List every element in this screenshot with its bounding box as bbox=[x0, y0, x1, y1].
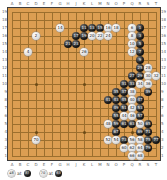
move-number: 22 bbox=[97, 32, 102, 40]
move-number: 25 bbox=[137, 64, 142, 72]
move-number: 27 bbox=[129, 72, 134, 80]
move-number: 33 bbox=[129, 80, 134, 88]
move-number: 2 bbox=[35, 32, 38, 40]
coord-col-bottom-F: F bbox=[48, 161, 56, 168]
move-number: 49 bbox=[113, 104, 118, 112]
move-number: 34 bbox=[137, 80, 142, 88]
coord-col-top-D: D bbox=[32, 0, 40, 7]
move-number: 1 bbox=[139, 24, 142, 32]
coord-col-top-E: E bbox=[40, 0, 48, 7]
coord-col-top-A: A bbox=[8, 0, 16, 7]
move-number: 37 bbox=[121, 88, 126, 96]
stone-white-P2[interactable]: 60 bbox=[120, 144, 128, 152]
coord-row-left-15: 15 bbox=[0, 40, 7, 48]
coord-row-right-8: 8 bbox=[161, 96, 167, 104]
coord-row-left-5: 5 bbox=[0, 120, 7, 128]
go-board[interactable]: 1357911131517192123252729313335373941434… bbox=[8, 8, 160, 160]
move-number: 68 bbox=[137, 152, 142, 160]
coord-col-top-B: B bbox=[16, 0, 24, 7]
stone-white-R3[interactable]: 58 bbox=[136, 136, 144, 144]
move-number: 71 bbox=[145, 128, 150, 136]
stone-black-R6[interactable]: 57 bbox=[136, 112, 144, 120]
move-number: 60 bbox=[121, 144, 126, 152]
move-number: 75 bbox=[145, 136, 150, 144]
stone-white-Q9[interactable]: 38 bbox=[128, 88, 136, 96]
move-number: 23 bbox=[73, 40, 78, 48]
move-number: 41 bbox=[105, 96, 110, 104]
move-number: 12 bbox=[129, 48, 134, 56]
move-number: 40 bbox=[129, 96, 134, 104]
stone-white-Q16[interactable]: 8 bbox=[128, 32, 136, 40]
move-number: 47 bbox=[137, 96, 142, 104]
stone-black-R13[interactable]: 9 bbox=[136, 56, 144, 64]
coord-row-left-12: 12 bbox=[0, 64, 7, 72]
coord-col-top-K: K bbox=[80, 0, 88, 7]
move-number: 13 bbox=[89, 24, 94, 32]
stone-white-R2[interactable]: 64 bbox=[136, 144, 144, 152]
caption-white-stone: 48 bbox=[8, 170, 15, 177]
stone-black-R4[interactable]: 69 bbox=[136, 128, 144, 136]
coord-row-left-9: 9 bbox=[0, 88, 7, 96]
move-number: 65 bbox=[145, 120, 150, 128]
stone-black-R16[interactable]: 3 bbox=[136, 32, 144, 40]
move-number: 29 bbox=[137, 72, 142, 80]
stone-black-P5[interactable]: 61 bbox=[120, 120, 128, 128]
move-number: 50 bbox=[137, 120, 142, 128]
move-number: 66 bbox=[129, 152, 134, 160]
move-number: 36 bbox=[145, 80, 150, 88]
stone-black-P3[interactable]: 73 bbox=[120, 136, 128, 144]
coord-col-top-S: S bbox=[144, 0, 152, 7]
move-number: 59 bbox=[113, 120, 118, 128]
stone-black-M17[interactable]: 15 bbox=[96, 24, 104, 32]
coord-col-top-O: O bbox=[112, 0, 120, 7]
coord-row-right-13: 13 bbox=[161, 56, 167, 64]
coord-row-left-10: 10 bbox=[0, 80, 7, 88]
coord-row-right-6: 6 bbox=[161, 112, 167, 120]
coord-row-left-14: 14 bbox=[0, 48, 7, 56]
coord-col-top-H: H bbox=[64, 0, 72, 7]
coord-col-bottom-H: H bbox=[64, 161, 72, 168]
stone-black-S3[interactable]: 75 bbox=[144, 136, 152, 144]
move-number: 77 bbox=[153, 136, 158, 144]
stone-black-O8[interactable]: 43 bbox=[112, 96, 120, 104]
coord-row-left-4: 4 bbox=[0, 128, 7, 136]
stone-black-R15[interactable]: 5 bbox=[136, 40, 144, 48]
stone-white-Q1[interactable]: 66 bbox=[128, 152, 136, 160]
move-number: 5 bbox=[139, 40, 142, 48]
coord-col-bottom-O: O bbox=[112, 161, 120, 168]
move-number: 70 bbox=[33, 136, 38, 144]
stone-black-R17[interactable]: 1 bbox=[136, 24, 144, 32]
coord-row-right-9: 9 bbox=[161, 88, 167, 96]
stone-white-N17[interactable]: 16 bbox=[104, 24, 112, 32]
move-number: 56 bbox=[129, 136, 134, 144]
move-number: 53 bbox=[137, 104, 142, 112]
coord-row-right-7: 7 bbox=[161, 104, 167, 112]
move-number: 62 bbox=[129, 144, 134, 152]
coord-row-right-18: 18 bbox=[161, 16, 167, 24]
coord-row-left-17: 17 bbox=[0, 24, 7, 32]
stone-black-S5[interactable]: 65 bbox=[144, 120, 152, 128]
coord-col-bottom-B: B bbox=[16, 161, 24, 168]
move-number: 79 bbox=[145, 144, 150, 152]
coord-row-right-19: 19 bbox=[161, 8, 167, 16]
coord-row-left-3: 3 bbox=[0, 136, 7, 144]
move-number: 69 bbox=[137, 128, 142, 136]
stone-black-R12[interactable]: 25 bbox=[136, 64, 144, 72]
coord-col-bottom-P: P bbox=[120, 161, 128, 168]
move-number: 35 bbox=[113, 88, 118, 96]
coord-row-left-2: 2 bbox=[0, 144, 7, 152]
stone-white-Q17[interactable]: 6 bbox=[128, 24, 136, 32]
stone-black-R11[interactable]: 29 bbox=[136, 72, 144, 80]
coord-col-top-C: C bbox=[24, 0, 32, 7]
coord-col-bottom-M: M bbox=[96, 161, 104, 168]
coord-row-right-5: 5 bbox=[161, 120, 167, 128]
move-number: 73 bbox=[121, 136, 126, 144]
stone-white-Q2[interactable]: 62 bbox=[128, 144, 136, 152]
move-number: 4 bbox=[27, 48, 30, 56]
stone-white-R10[interactable]: 34 bbox=[136, 80, 144, 88]
stone-white-S10[interactable]: 36 bbox=[144, 80, 152, 88]
move-number: 21 bbox=[65, 40, 70, 48]
star-point-K4 bbox=[83, 131, 86, 134]
go-kifu-diagram: 1357911131517192123252729313335373941434… bbox=[0, 0, 167, 180]
stone-black-R14[interactable]: 7 bbox=[136, 48, 144, 56]
coord-col-top-J: J bbox=[72, 0, 80, 7]
coord-row-left-13: 13 bbox=[0, 56, 7, 64]
coord-col-top-M: M bbox=[96, 0, 104, 7]
stone-black-Q11[interactable]: 27 bbox=[128, 72, 136, 80]
stone-white-O17[interactable]: 18 bbox=[112, 24, 120, 32]
stone-black-J15[interactable]: 23 bbox=[72, 40, 80, 48]
coord-row-left-11: 11 bbox=[0, 72, 7, 80]
stone-black-R8[interactable]: 47 bbox=[136, 96, 144, 104]
move-number: 52 bbox=[105, 136, 110, 144]
coord-row-right-14: 14 bbox=[161, 48, 167, 56]
stone-white-R1[interactable]: 68 bbox=[136, 152, 144, 160]
move-number: 8 bbox=[131, 32, 134, 40]
stone-white-N5[interactable]: 48 bbox=[104, 120, 112, 128]
stone-white-M16[interactable]: 22 bbox=[96, 32, 104, 40]
coord-col-bottom-R: R bbox=[136, 161, 144, 168]
coord-row-right-17: 17 bbox=[161, 24, 167, 32]
coord-col-bottom-E: E bbox=[40, 161, 48, 168]
move-number: 10 bbox=[129, 40, 134, 48]
stone-black-O9[interactable]: 35 bbox=[112, 88, 120, 96]
move-number: 20 bbox=[89, 32, 94, 40]
caption-white-stone: 70 bbox=[40, 170, 47, 177]
move-number: 24 bbox=[105, 32, 110, 40]
stone-white-L16[interactable]: 20 bbox=[88, 32, 96, 40]
coord-col-top-L: L bbox=[88, 0, 96, 7]
coord-col-bottom-S: S bbox=[144, 161, 152, 168]
coord-row-right-3: 3 bbox=[161, 136, 167, 144]
coord-row-left-16: 16 bbox=[0, 32, 7, 40]
coord-col-top-R: R bbox=[136, 0, 144, 7]
stone-white-O3[interactable]: 54 bbox=[112, 136, 120, 144]
move-number: 61 bbox=[121, 120, 126, 128]
stone-black-P9[interactable]: 37 bbox=[120, 88, 128, 96]
coord-col-bottom-L: L bbox=[88, 161, 96, 168]
coord-col-bottom-G: G bbox=[56, 161, 64, 168]
coord-col-bottom-T: T bbox=[152, 161, 160, 168]
stone-white-K14[interactable]: 26 bbox=[80, 48, 88, 56]
coord-col-bottom-C: C bbox=[24, 161, 32, 168]
stone-white-Q8[interactable]: 40 bbox=[128, 96, 136, 104]
coord-col-top-F: F bbox=[48, 0, 56, 7]
move-number: 51 bbox=[121, 104, 126, 112]
stone-white-N16[interactable]: 24 bbox=[104, 32, 112, 40]
stone-black-L17[interactable]: 13 bbox=[88, 24, 96, 32]
star-point-D10 bbox=[35, 83, 38, 86]
move-number: 55 bbox=[113, 112, 118, 120]
coord-row-left-7: 7 bbox=[0, 104, 7, 112]
move-number: 19 bbox=[81, 32, 86, 40]
stone-white-S11[interactable]: 30 bbox=[144, 72, 152, 80]
stone-white-Q15[interactable]: 10 bbox=[128, 40, 136, 48]
coord-col-top-P: P bbox=[120, 0, 128, 7]
stone-white-D3[interactable]: 70 bbox=[32, 136, 40, 144]
move-number: 38 bbox=[129, 88, 134, 96]
stone-black-S9[interactable]: 39 bbox=[144, 88, 152, 96]
stone-white-Q14[interactable]: 12 bbox=[128, 48, 136, 56]
stone-black-P10[interactable]: 31 bbox=[120, 80, 128, 88]
coord-col-bottom-J: J bbox=[72, 161, 80, 168]
stone-black-H15[interactable]: 21 bbox=[64, 40, 72, 48]
move-number: 54 bbox=[113, 136, 118, 144]
coord-col-bottom-D: D bbox=[32, 161, 40, 168]
move-number: 43 bbox=[113, 96, 118, 104]
stone-black-S2[interactable]: 79 bbox=[144, 144, 152, 152]
stone-white-S12[interactable]: 28 bbox=[144, 64, 152, 72]
coord-col-bottom-N: N bbox=[104, 161, 112, 168]
stone-white-Q6[interactable]: 46 bbox=[128, 112, 136, 120]
coord-row-left-18: 18 bbox=[0, 16, 7, 24]
move-number: 11 bbox=[81, 24, 86, 32]
move-number: 58 bbox=[137, 136, 142, 144]
star-point-D4 bbox=[35, 131, 38, 134]
move-number: 14 bbox=[57, 24, 62, 32]
coord-row-left-6: 6 bbox=[0, 112, 7, 120]
stone-white-P6[interactable]: 44 bbox=[120, 112, 128, 120]
move-number: 31 bbox=[121, 80, 126, 88]
move-number: 9 bbox=[139, 56, 142, 64]
stone-black-N8[interactable]: 41 bbox=[104, 96, 112, 104]
stone-white-D16[interactable]: 2 bbox=[32, 32, 40, 40]
coord-col-top-N: N bbox=[104, 0, 112, 7]
coord-row-right-16: 16 bbox=[161, 32, 167, 40]
caption-black-stone: 63 bbox=[55, 170, 62, 177]
stone-black-P7[interactable]: 51 bbox=[120, 104, 128, 112]
move-number: 3 bbox=[139, 32, 142, 40]
coord-col-top-Q: Q bbox=[128, 0, 136, 7]
move-number: 17 bbox=[73, 32, 78, 40]
caption-black-stone: 37 bbox=[24, 170, 31, 177]
coord-row-right-12: 12 bbox=[161, 64, 167, 72]
coord-col-top-T: T bbox=[152, 0, 160, 7]
stone-black-K17[interactable]: 11 bbox=[80, 24, 88, 32]
move-number: 7 bbox=[139, 48, 142, 56]
stone-black-O5[interactable]: 59 bbox=[112, 120, 120, 128]
stone-black-O4[interactable]: 67 bbox=[112, 128, 120, 136]
move-number: 64 bbox=[137, 144, 142, 152]
stone-black-T3[interactable]: 77 bbox=[152, 136, 160, 144]
move-number: 44 bbox=[121, 112, 126, 120]
coord-row-right-1: 1 bbox=[161, 152, 167, 160]
stone-black-Q10[interactable]: 33 bbox=[128, 80, 136, 88]
coord-row-left-1: 1 bbox=[0, 152, 7, 160]
move-number: 16 bbox=[105, 24, 110, 32]
caption-connector: at bbox=[17, 171, 22, 176]
stone-black-O7[interactable]: 49 bbox=[112, 104, 120, 112]
move-number: 6 bbox=[131, 24, 134, 32]
move-number: 63 bbox=[129, 120, 134, 128]
coord-row-left-8: 8 bbox=[0, 96, 7, 104]
move-number: 15 bbox=[97, 24, 102, 32]
move-number: 45 bbox=[121, 96, 126, 104]
stone-black-R7[interactable]: 53 bbox=[136, 104, 144, 112]
stone-white-Q7[interactable]: 42 bbox=[128, 104, 136, 112]
move-number: 30 bbox=[145, 72, 150, 80]
move-number: 67 bbox=[113, 128, 118, 136]
stone-black-Q5[interactable]: 63 bbox=[128, 120, 136, 128]
stone-black-O6[interactable]: 55 bbox=[112, 112, 120, 120]
stone-white-Q3[interactable]: 56 bbox=[128, 136, 136, 144]
stone-white-C14[interactable]: 4 bbox=[24, 48, 32, 56]
move-number: 48 bbox=[105, 120, 110, 128]
coord-col-bottom-A: A bbox=[8, 161, 16, 168]
stone-black-P8[interactable]: 45 bbox=[120, 96, 128, 104]
star-point-Q4 bbox=[131, 131, 134, 134]
move-number: 39 bbox=[145, 88, 150, 96]
coord-row-right-10: 10 bbox=[161, 80, 167, 88]
move-number: 42 bbox=[129, 104, 134, 112]
stone-black-J16[interactable]: 17 bbox=[72, 32, 80, 40]
move-number: 26 bbox=[81, 48, 86, 56]
coord-row-right-11: 11 bbox=[161, 72, 167, 80]
caption-connector: at bbox=[49, 171, 54, 176]
move-number: 18 bbox=[113, 24, 118, 32]
stone-black-K16[interactable]: 19 bbox=[80, 32, 88, 40]
coord-col-bottom-K: K bbox=[80, 161, 88, 168]
stone-black-S4[interactable]: 71 bbox=[144, 128, 152, 136]
move-number: 28 bbox=[145, 64, 150, 72]
coord-row-right-2: 2 bbox=[161, 144, 167, 152]
move-number: 32 bbox=[153, 72, 158, 80]
stone-white-N3[interactable]: 52 bbox=[104, 136, 112, 144]
stone-white-G17[interactable]: 14 bbox=[56, 24, 64, 32]
coord-row-right-15: 15 bbox=[161, 40, 167, 48]
coord-row-left-19: 19 bbox=[0, 8, 7, 16]
star-point-K10 bbox=[83, 83, 86, 86]
move-number: 57 bbox=[137, 112, 142, 120]
coord-row-right-4: 4 bbox=[161, 128, 167, 136]
stone-white-R5[interactable]: 50 bbox=[136, 120, 144, 128]
coord-col-top-G: G bbox=[56, 0, 64, 7]
move-number: 46 bbox=[129, 112, 134, 120]
stone-white-T11[interactable]: 32 bbox=[152, 72, 160, 80]
move-annotation-caption: 48at3770at63 bbox=[8, 168, 62, 178]
coord-col-bottom-Q: Q bbox=[128, 161, 136, 168]
